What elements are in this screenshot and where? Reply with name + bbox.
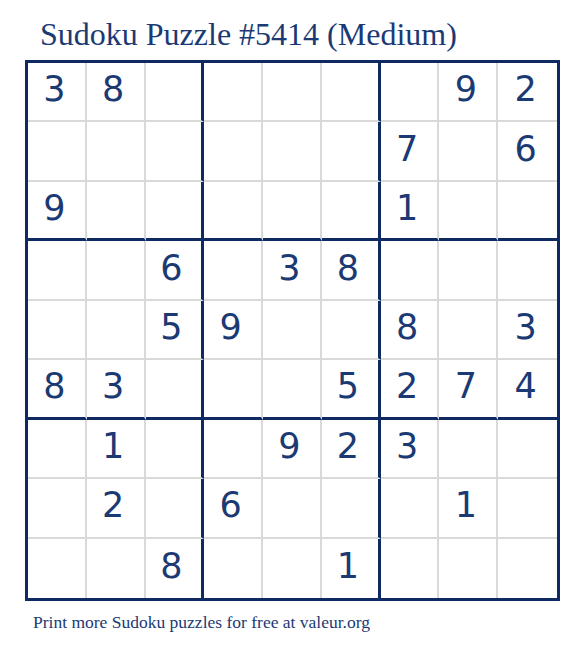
cell-r4c8[interactable] xyxy=(439,241,498,300)
cell-r7c5[interactable]: 9 xyxy=(263,420,322,479)
cell-r8c2[interactable]: 2 xyxy=(87,479,146,538)
given-digit: 6 xyxy=(514,132,536,167)
given-digit: 6 xyxy=(220,488,242,523)
page-title: Sudoku Puzzle #5414 (Medium) xyxy=(40,16,457,53)
given-digit: 3 xyxy=(278,251,300,286)
cell-r9c7[interactable] xyxy=(381,539,440,598)
given-digit: 8 xyxy=(337,251,359,286)
cell-r8c3[interactable] xyxy=(146,479,205,538)
cell-r5c5[interactable] xyxy=(263,301,322,360)
cell-r2c6[interactable] xyxy=(322,122,381,181)
cell-r4c1[interactable] xyxy=(28,241,87,300)
cell-r4c9[interactable] xyxy=(498,241,557,300)
cell-r8c8[interactable]: 1 xyxy=(439,479,498,538)
given-digit: 8 xyxy=(43,369,65,404)
given-digit: 1 xyxy=(396,191,418,226)
cell-r5c1[interactable] xyxy=(28,301,87,360)
cell-r5c6[interactable] xyxy=(322,301,381,360)
sudoku-board: 389276916385983835274192326181 xyxy=(25,60,560,601)
given-digit: 2 xyxy=(514,72,536,107)
cell-r4c3[interactable]: 6 xyxy=(146,241,205,300)
cell-r1c9[interactable]: 2 xyxy=(498,63,557,122)
cell-r1c1[interactable]: 3 xyxy=(28,63,87,122)
cell-r5c2[interactable] xyxy=(87,301,146,360)
cell-r9c2[interactable] xyxy=(87,539,146,598)
given-digit: 1 xyxy=(455,488,477,523)
cell-r7c3[interactable] xyxy=(146,420,205,479)
cell-r4c5[interactable]: 3 xyxy=(263,241,322,300)
cell-r2c2[interactable] xyxy=(87,122,146,181)
cell-r6c6[interactable]: 5 xyxy=(322,360,381,419)
cell-r9c3[interactable]: 8 xyxy=(146,539,205,598)
cell-r7c8[interactable] xyxy=(439,420,498,479)
cell-r3c4[interactable] xyxy=(204,182,263,241)
cell-r6c8[interactable]: 7 xyxy=(439,360,498,419)
given-digit: 1 xyxy=(102,429,124,464)
given-digit: 3 xyxy=(514,310,536,345)
cell-r4c7[interactable] xyxy=(381,241,440,300)
cell-r1c4[interactable] xyxy=(204,63,263,122)
given-digit: 8 xyxy=(396,310,418,345)
cell-r3c1[interactable]: 9 xyxy=(28,182,87,241)
cell-r5c8[interactable] xyxy=(439,301,498,360)
cell-r8c4[interactable]: 6 xyxy=(204,479,263,538)
cell-r9c6[interactable]: 1 xyxy=(322,539,381,598)
footer-note: Print more Sudoku puzzles for free at va… xyxy=(33,612,370,633)
cell-r5c3[interactable]: 5 xyxy=(146,301,205,360)
given-digit: 7 xyxy=(455,369,477,404)
cell-r6c3[interactable] xyxy=(146,360,205,419)
cell-r8c1[interactable] xyxy=(28,479,87,538)
cell-r9c9[interactable] xyxy=(498,539,557,598)
given-digit: 5 xyxy=(337,369,359,404)
cell-r2c4[interactable] xyxy=(204,122,263,181)
cell-r8c7[interactable] xyxy=(381,479,440,538)
cell-r5c4[interactable]: 9 xyxy=(204,301,263,360)
given-digit: 8 xyxy=(160,549,182,584)
cell-r3c9[interactable] xyxy=(498,182,557,241)
given-digit: 2 xyxy=(337,429,359,464)
given-digit: 9 xyxy=(455,72,477,107)
given-digit: 8 xyxy=(102,72,124,107)
given-digit: 9 xyxy=(43,191,65,226)
cell-r6c4[interactable] xyxy=(204,360,263,419)
cell-r2c8[interactable] xyxy=(439,122,498,181)
cell-r1c6[interactable] xyxy=(322,63,381,122)
cell-r5c9[interactable]: 3 xyxy=(498,301,557,360)
cell-r7c7[interactable]: 3 xyxy=(381,420,440,479)
cell-r6c5[interactable] xyxy=(263,360,322,419)
given-digit: 3 xyxy=(102,369,124,404)
cell-r4c4[interactable] xyxy=(204,241,263,300)
cell-r3c6[interactable] xyxy=(322,182,381,241)
cell-r6c1[interactable]: 8 xyxy=(28,360,87,419)
given-digit: 5 xyxy=(160,310,182,345)
cell-r9c8[interactable] xyxy=(439,539,498,598)
given-digit: 2 xyxy=(102,488,124,523)
cell-r2c3[interactable] xyxy=(146,122,205,181)
cell-r2c1[interactable] xyxy=(28,122,87,181)
cell-r4c6[interactable]: 8 xyxy=(322,241,381,300)
cell-r8c6[interactable] xyxy=(322,479,381,538)
cell-r8c9[interactable] xyxy=(498,479,557,538)
cell-r3c5[interactable] xyxy=(263,182,322,241)
cell-r7c4[interactable] xyxy=(204,420,263,479)
cell-r3c8[interactable] xyxy=(439,182,498,241)
given-digit: 6 xyxy=(160,251,182,286)
cell-r7c9[interactable] xyxy=(498,420,557,479)
cell-r9c1[interactable] xyxy=(28,539,87,598)
cell-r1c5[interactable] xyxy=(263,63,322,122)
cell-r8c5[interactable] xyxy=(263,479,322,538)
given-digit: 9 xyxy=(278,429,300,464)
cell-r6c2[interactable]: 3 xyxy=(87,360,146,419)
cell-r7c6[interactable]: 2 xyxy=(322,420,381,479)
given-digit: 2 xyxy=(396,369,418,404)
cell-r2c7[interactable]: 7 xyxy=(381,122,440,181)
cell-r2c5[interactable] xyxy=(263,122,322,181)
cell-r6c7[interactable]: 2 xyxy=(381,360,440,419)
given-digit: 7 xyxy=(396,132,418,167)
given-digit: 1 xyxy=(337,549,359,584)
cell-r1c7[interactable] xyxy=(381,63,440,122)
given-digit: 3 xyxy=(396,429,418,464)
cell-r7c1[interactable] xyxy=(28,420,87,479)
cell-r1c3[interactable] xyxy=(146,63,205,122)
cell-r1c2[interactable]: 8 xyxy=(87,63,146,122)
cell-r1c8[interactable]: 9 xyxy=(439,63,498,122)
cell-r2c9[interactable]: 6 xyxy=(498,122,557,181)
cell-r6c9[interactable]: 4 xyxy=(498,360,557,419)
cell-r3c2[interactable] xyxy=(87,182,146,241)
given-digit: 3 xyxy=(43,72,65,107)
cell-r4c2[interactable] xyxy=(87,241,146,300)
cell-r7c2[interactable]: 1 xyxy=(87,420,146,479)
cell-r3c3[interactable] xyxy=(146,182,205,241)
given-digit: 9 xyxy=(220,310,242,345)
cell-r5c7[interactable]: 8 xyxy=(381,301,440,360)
cell-r3c7[interactable]: 1 xyxy=(381,182,440,241)
given-digit: 4 xyxy=(514,369,536,404)
cell-r9c4[interactable] xyxy=(204,539,263,598)
cell-r9c5[interactable] xyxy=(263,539,322,598)
